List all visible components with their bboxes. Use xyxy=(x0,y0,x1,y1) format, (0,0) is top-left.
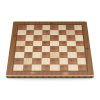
board-square-r7c5 xyxy=(59,65,68,72)
board-square-r3c3 xyxy=(42,41,51,47)
chessboard-product-photo xyxy=(0,0,100,100)
board-square-r6c0 xyxy=(14,58,24,64)
board-square-r2c4 xyxy=(50,35,58,40)
board-square-r4c2 xyxy=(33,46,42,52)
board-square-r1c5 xyxy=(58,30,66,35)
board-square-r7c3 xyxy=(41,65,50,72)
board-square-r0c6 xyxy=(66,25,74,30)
board-square-r7c4 xyxy=(50,65,59,72)
board-front-edge xyxy=(6,76,94,78)
board-square-r7c7 xyxy=(77,65,87,72)
board-square-r7c1 xyxy=(22,65,32,72)
chess-board xyxy=(6,22,94,76)
board-square-r5c1 xyxy=(23,52,32,58)
board-grid xyxy=(13,25,87,71)
board-square-r7c2 xyxy=(32,65,41,72)
